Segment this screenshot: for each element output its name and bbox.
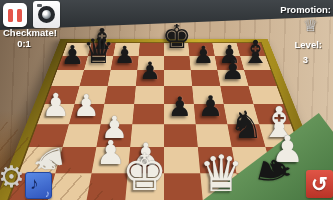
app-root: ♝♚♟♛♟♟♟♝♟♟♟♟♟♟♟♞♝♟♟♟♚♛ ♞ ♞ Checkmate! 0:… <box>0 0 333 200</box>
level-value: 3 <box>235 54 331 65</box>
status-text: Checkmate! <box>3 27 57 38</box>
pause-icon <box>8 9 13 22</box>
pause-button[interactable] <box>3 3 27 27</box>
level-label: Level: <box>235 39 331 50</box>
white-queen-f1[interactable]: ♛ <box>181 149 261 199</box>
undo-arrow-icon: ↺ <box>311 173 328 195</box>
promotion-panel: Promotion: ♕ Level: 3 <box>235 4 331 65</box>
black-pawn-d6[interactable]: ♟ <box>131 60 169 84</box>
music-note-icon: ♪ <box>30 174 39 194</box>
camera-button[interactable] <box>33 1 60 28</box>
promotion-queen-icon[interactable]: ♕ <box>235 17 331 34</box>
promotion-label: Promotion: <box>235 4 331 15</box>
settings-gear-icon[interactable]: ⚙ <box>0 162 25 192</box>
camera-flash-icon <box>37 4 42 7</box>
square-b6[interactable] <box>79 70 110 86</box>
white-king-d1[interactable]: ♚ <box>104 148 185 199</box>
music-button[interactable]: ♪ ♪ <box>25 172 52 199</box>
camera-lens-icon <box>38 6 55 23</box>
undo-button[interactable]: ↺ <box>306 170 333 198</box>
music-note-small-icon: ♪ <box>45 188 50 199</box>
score-text: 0:1 <box>0 38 48 49</box>
